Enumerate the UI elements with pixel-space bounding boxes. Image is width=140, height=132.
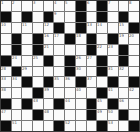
clue-number: 30 bbox=[76, 67, 81, 71]
black-cell bbox=[97, 12, 107, 22]
clue-number: 26 bbox=[76, 56, 81, 60]
crossword-cell[interactable] bbox=[22, 88, 32, 98]
clue-number: 31 bbox=[108, 67, 113, 71]
clue-number: 44 bbox=[65, 99, 70, 103]
crossword-cell[interactable]: 43 bbox=[33, 99, 43, 109]
crossword-cell[interactable] bbox=[44, 1, 54, 11]
crossword-cell[interactable]: 5 bbox=[65, 1, 75, 11]
crossword-cell[interactable]: 31 bbox=[108, 67, 118, 77]
crossword-cell[interactable] bbox=[22, 45, 32, 55]
crossword-cell[interactable] bbox=[97, 77, 107, 87]
black-cell bbox=[129, 77, 139, 87]
crossword-cell[interactable] bbox=[22, 121, 32, 131]
crossword-cell[interactable] bbox=[119, 121, 129, 131]
crossword-cell[interactable] bbox=[54, 45, 64, 55]
crossword-cell[interactable]: 38 bbox=[1, 88, 11, 98]
crossword-cell[interactable] bbox=[33, 121, 43, 131]
black-cell bbox=[97, 1, 107, 11]
crossword-cell[interactable]: 18 bbox=[76, 34, 86, 44]
black-cell bbox=[33, 34, 43, 44]
black-cell bbox=[22, 77, 32, 87]
clue-number: 25 bbox=[33, 56, 38, 60]
crossword-cell[interactable]: 21 bbox=[44, 45, 54, 55]
black-cell bbox=[12, 45, 22, 55]
clue-number: 18 bbox=[76, 34, 81, 38]
crossword-cell[interactable] bbox=[119, 77, 129, 87]
crossword-cell[interactable] bbox=[1, 45, 11, 55]
black-cell bbox=[44, 12, 54, 22]
crossword-cell[interactable] bbox=[87, 88, 97, 98]
crossword-cell[interactable] bbox=[33, 12, 43, 22]
crossword-cell[interactable]: 2 bbox=[12, 1, 22, 11]
black-cell bbox=[65, 67, 75, 77]
crossword-cell[interactable] bbox=[12, 110, 22, 120]
crossword-cell[interactable]: 40 bbox=[76, 88, 86, 98]
black-cell bbox=[97, 88, 107, 98]
crossword-cell[interactable]: 32 bbox=[119, 67, 129, 77]
crossword-cell[interactable]: 35 bbox=[54, 77, 64, 87]
clue-number: 8 bbox=[129, 1, 131, 5]
clue-number: 6 bbox=[87, 1, 89, 5]
crossword-cell[interactable]: 46 bbox=[119, 99, 129, 109]
clue-number: 48 bbox=[44, 110, 49, 114]
clue-number: 41 bbox=[108, 88, 113, 92]
crossword-cell[interactable] bbox=[129, 45, 139, 55]
clue-number: 2 bbox=[12, 1, 14, 5]
crossword-cell[interactable]: 53 bbox=[108, 121, 118, 131]
black-cell bbox=[108, 99, 118, 109]
crossword-cell[interactable]: 13 bbox=[87, 23, 97, 33]
crossword-cell[interactable]: 14 bbox=[97, 23, 107, 33]
black-cell bbox=[12, 67, 22, 77]
black-cell bbox=[65, 34, 75, 44]
crossword-cell[interactable] bbox=[54, 110, 64, 120]
black-cell bbox=[76, 1, 86, 11]
clue-number: 20 bbox=[129, 34, 134, 38]
black-cell bbox=[108, 34, 118, 44]
crossword-cell[interactable]: 29 bbox=[22, 67, 32, 77]
clue-number: 10 bbox=[1, 23, 6, 27]
crossword-cell[interactable] bbox=[87, 12, 97, 22]
crossword-cell[interactable] bbox=[22, 110, 32, 120]
black-cell bbox=[1, 56, 11, 66]
clue-number: 7 bbox=[108, 1, 110, 5]
crossword-cell[interactable]: 33 bbox=[1, 77, 11, 87]
black-cell bbox=[119, 45, 129, 55]
crossword-cell[interactable]: 27 bbox=[87, 56, 97, 66]
clue-number: 42 bbox=[129, 88, 134, 92]
black-cell bbox=[44, 77, 54, 87]
crossword-cell[interactable]: 47 bbox=[1, 110, 11, 120]
crossword-cell[interactable] bbox=[76, 45, 86, 55]
crossword-cell[interactable]: 6 bbox=[87, 1, 97, 11]
crossword-cell[interactable] bbox=[76, 99, 86, 109]
black-cell bbox=[129, 121, 139, 131]
crossword-cell[interactable] bbox=[54, 67, 64, 77]
crossword-cell[interactable]: 22 bbox=[97, 45, 107, 55]
crossword-cell[interactable]: 50 bbox=[108, 110, 118, 120]
crossword-cell[interactable] bbox=[87, 121, 97, 131]
crossword-cell[interactable]: 24 bbox=[12, 56, 22, 66]
crossword-cell[interactable]: 51 bbox=[12, 121, 22, 131]
crossword-cell[interactable] bbox=[54, 88, 64, 98]
crossword-cell[interactable] bbox=[65, 88, 75, 98]
clue-number: 32 bbox=[119, 67, 124, 71]
crossword-cell[interactable]: 34 bbox=[12, 77, 22, 87]
crossword-cell[interactable] bbox=[65, 45, 75, 55]
clue-number: 51 bbox=[12, 121, 17, 125]
crossword-cell[interactable] bbox=[22, 1, 32, 11]
crossword-cell[interactable]: 49 bbox=[97, 110, 107, 120]
crossword-cell[interactable] bbox=[54, 56, 64, 66]
crossword-cell[interactable]: 10 bbox=[1, 23, 11, 33]
crossword-cell[interactable] bbox=[65, 110, 75, 120]
black-cell bbox=[119, 12, 129, 22]
clue-number: 14 bbox=[97, 23, 102, 27]
crossword-cell[interactable] bbox=[119, 1, 129, 11]
clue-number: 49 bbox=[97, 110, 102, 114]
black-cell bbox=[54, 121, 64, 131]
clue-number: 43 bbox=[33, 99, 38, 103]
clue-number: 19 bbox=[119, 34, 124, 38]
crossword-cell[interactable]: 9 bbox=[54, 12, 64, 22]
crossword-cell[interactable] bbox=[108, 23, 118, 33]
black-cell bbox=[87, 110, 97, 120]
clue-number: 24 bbox=[12, 56, 17, 60]
clue-number: 39 bbox=[44, 88, 49, 92]
clue-number: 15 bbox=[119, 23, 124, 27]
crossword-grid: 1234567891011121314151617181920212223242… bbox=[0, 0, 140, 132]
black-cell bbox=[129, 23, 139, 33]
black-cell bbox=[87, 99, 97, 109]
crossword-cell[interactable] bbox=[33, 77, 43, 87]
clue-number: 35 bbox=[54, 77, 59, 81]
clue-number: 17 bbox=[54, 34, 59, 38]
crossword-cell[interactable]: 23 bbox=[108, 45, 118, 55]
crossword-cell[interactable] bbox=[12, 99, 22, 109]
black-cell bbox=[33, 88, 43, 98]
crossword-cell[interactable]: 52 bbox=[65, 121, 75, 131]
crossword-cell[interactable] bbox=[22, 56, 32, 66]
crossword-cell[interactable] bbox=[12, 88, 22, 98]
crossword-cell[interactable]: 30 bbox=[76, 67, 86, 77]
black-cell bbox=[65, 56, 75, 66]
clue-number: 29 bbox=[22, 67, 27, 71]
black-cell bbox=[12, 34, 22, 44]
crossword-cell[interactable] bbox=[129, 67, 139, 77]
clue-number: 5 bbox=[65, 1, 67, 5]
clue-number: 12 bbox=[44, 23, 49, 27]
crossword-cell[interactable]: 3 bbox=[33, 1, 43, 11]
clue-number: 21 bbox=[44, 45, 49, 49]
clue-number: 34 bbox=[12, 77, 17, 81]
crossword-cell[interactable]: 39 bbox=[44, 88, 54, 98]
crossword-cell[interactable]: 15 bbox=[119, 23, 129, 33]
black-cell bbox=[108, 77, 118, 87]
clue-number: 23 bbox=[108, 45, 113, 49]
black-cell bbox=[33, 110, 43, 120]
crossword-cell[interactable] bbox=[76, 121, 86, 131]
black-cell bbox=[76, 23, 86, 33]
crossword-cell[interactable] bbox=[108, 56, 118, 66]
clue-number: 16 bbox=[44, 34, 49, 38]
crossword-cell[interactable] bbox=[65, 23, 75, 33]
crossword-cell[interactable] bbox=[129, 110, 139, 120]
crossword-cell[interactable]: 45 bbox=[97, 99, 107, 109]
crossword-cell[interactable] bbox=[129, 56, 139, 66]
crossword-cell[interactable]: 16 bbox=[44, 34, 54, 44]
crossword-cell[interactable] bbox=[1, 34, 11, 44]
clue-number: 38 bbox=[1, 88, 6, 92]
crossword-cell[interactable] bbox=[33, 23, 43, 33]
crossword-cell[interactable]: 19 bbox=[119, 34, 129, 44]
crossword-cell[interactable] bbox=[119, 88, 129, 98]
black-cell bbox=[33, 45, 43, 55]
clue-number: 47 bbox=[1, 110, 6, 114]
black-cell bbox=[22, 12, 32, 22]
clue-number: 53 bbox=[108, 121, 113, 125]
crossword-cell[interactable]: 4 bbox=[54, 1, 64, 11]
clue-number: 46 bbox=[119, 99, 124, 103]
clue-number: 22 bbox=[97, 45, 102, 49]
black-cell bbox=[22, 99, 32, 109]
black-cell bbox=[119, 56, 129, 66]
crossword-cell[interactable] bbox=[12, 12, 22, 22]
crossword-cell[interactable]: 36 bbox=[65, 77, 75, 87]
clue-number: 52 bbox=[65, 121, 70, 125]
crossword-cell[interactable] bbox=[33, 67, 43, 77]
black-cell bbox=[1, 99, 11, 109]
crossword-cell[interactable]: 25 bbox=[33, 56, 43, 66]
crossword-cell[interactable] bbox=[44, 67, 54, 77]
crossword-cell[interactable] bbox=[65, 12, 75, 22]
crossword-cell[interactable]: 42 bbox=[129, 88, 139, 98]
black-cell bbox=[76, 12, 86, 22]
clue-number: 37 bbox=[87, 77, 92, 81]
crossword-cell[interactable]: 44 bbox=[65, 99, 75, 109]
black-cell bbox=[54, 23, 64, 33]
black-cell bbox=[119, 110, 129, 120]
crossword-cell[interactable]: 26 bbox=[76, 56, 86, 66]
crossword-cell[interactable] bbox=[44, 99, 54, 109]
crossword-cell[interactable] bbox=[108, 12, 118, 22]
black-cell bbox=[97, 121, 107, 131]
clue-number: 4 bbox=[54, 1, 56, 5]
black-cell bbox=[44, 56, 54, 66]
clue-number: 33 bbox=[1, 77, 6, 81]
crossword-cell[interactable] bbox=[97, 34, 107, 44]
crossword-cell[interactable] bbox=[44, 121, 54, 131]
black-cell bbox=[1, 12, 11, 22]
clue-number: 11 bbox=[22, 23, 27, 27]
crossword-cell[interactable] bbox=[76, 110, 86, 120]
clue-number: 40 bbox=[76, 88, 81, 92]
clue-number: 3 bbox=[33, 1, 35, 5]
clue-number: 1 bbox=[1, 1, 3, 5]
crossword-cell[interactable]: 1 bbox=[1, 1, 11, 11]
crossword-cell[interactable]: 20 bbox=[129, 34, 139, 44]
clue-number: 28 bbox=[1, 67, 6, 71]
clue-number: 27 bbox=[87, 56, 92, 60]
black-cell bbox=[87, 45, 97, 55]
crossword-cell[interactable] bbox=[22, 34, 32, 44]
clue-number: 36 bbox=[65, 77, 70, 81]
black-cell bbox=[54, 99, 64, 109]
crossword-cell[interactable]: 28 bbox=[1, 67, 11, 77]
crossword-cell[interactable] bbox=[129, 12, 139, 22]
crossword-cell[interactable] bbox=[87, 67, 97, 77]
crossword-cell[interactable]: 7 bbox=[108, 1, 118, 11]
crossword-cell[interactable]: 48 bbox=[44, 110, 54, 120]
clue-number: 13 bbox=[87, 23, 92, 27]
black-cell bbox=[97, 56, 107, 66]
black-cell bbox=[87, 34, 97, 44]
black-cell bbox=[97, 67, 107, 77]
crossword-cell[interactable]: 12 bbox=[44, 23, 54, 33]
black-cell bbox=[76, 77, 86, 87]
crossword-cell[interactable]: 8 bbox=[129, 1, 139, 11]
crossword-cell[interactable] bbox=[12, 23, 22, 33]
crossword-cell[interactable]: 41 bbox=[108, 88, 118, 98]
crossword-cell[interactable]: 17 bbox=[54, 34, 64, 44]
crossword-cell[interactable]: 37 bbox=[87, 77, 97, 87]
clue-number: 50 bbox=[108, 110, 113, 114]
clue-number: 45 bbox=[97, 99, 102, 103]
crossword-cell[interactable]: 11 bbox=[22, 23, 32, 33]
clue-number: 9 bbox=[54, 12, 56, 16]
crossword-cell[interactable] bbox=[129, 99, 139, 109]
black-cell bbox=[1, 121, 11, 131]
